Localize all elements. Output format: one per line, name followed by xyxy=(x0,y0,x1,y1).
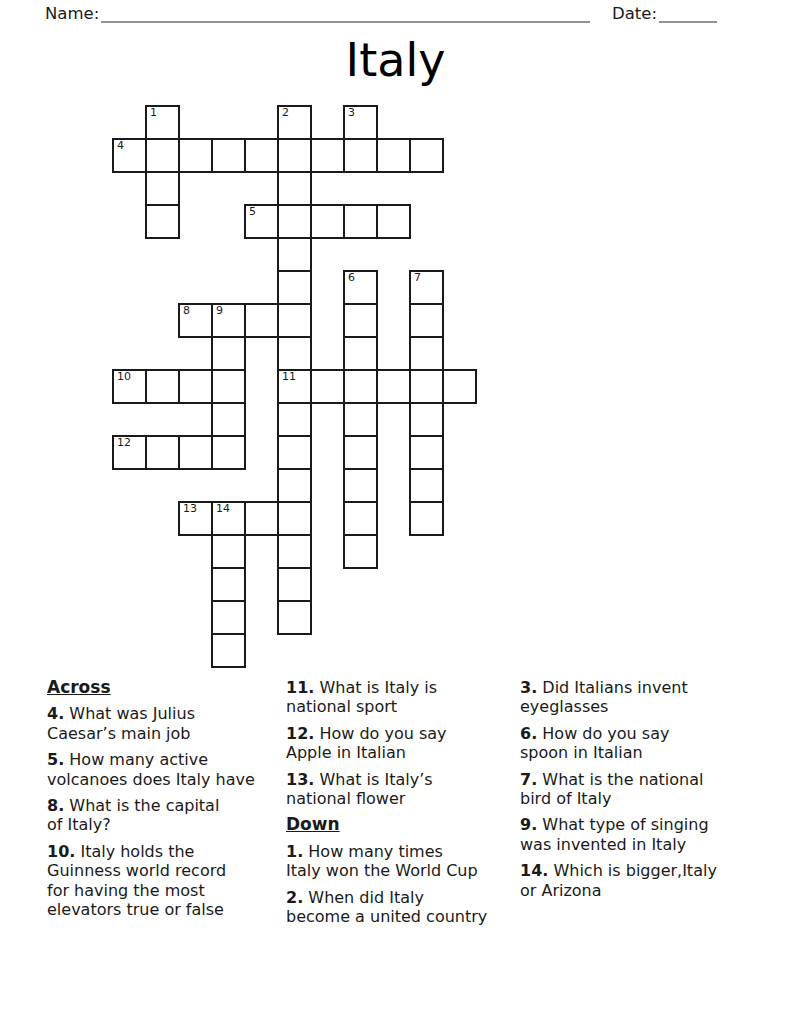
grid-cell-r2c1[interactable] xyxy=(145,171,180,206)
grid-cell-r3c6[interactable] xyxy=(310,204,345,239)
grid-cell-r12c5[interactable] xyxy=(277,501,312,536)
clue-13: 13. What is Italy’snational flower xyxy=(286,770,528,809)
crossword-worksheet-page: Name: Date: Italy 1234567891011121314 Ac… xyxy=(0,0,791,1024)
grid-cell-r5c9[interactable]: 7 xyxy=(409,270,444,305)
grid-cell-r12c2[interactable]: 13 xyxy=(178,501,213,536)
clue-number: 5. xyxy=(47,750,64,769)
grid-cell-r10c2[interactable] xyxy=(178,435,213,470)
cell-number-10: 10 xyxy=(117,371,131,383)
grid-cell-r8c2[interactable] xyxy=(178,369,213,404)
grid-cell-r1c6[interactable] xyxy=(310,138,345,173)
grid-cell-r14c3[interactable] xyxy=(211,567,246,602)
grid-cell-r1c1[interactable] xyxy=(145,138,180,173)
grid-cell-r1c3[interactable] xyxy=(211,138,246,173)
clue-11: 11. What is Italy isnational sport xyxy=(286,678,528,717)
cell-number-13: 13 xyxy=(183,503,197,515)
clue-number: 9. xyxy=(520,815,537,834)
grid-cell-r1c7[interactable] xyxy=(343,138,378,173)
clue-number: 3. xyxy=(520,678,537,697)
grid-cell-r8c3[interactable] xyxy=(211,369,246,404)
grid-cell-r13c5[interactable] xyxy=(277,534,312,569)
cell-number-7: 7 xyxy=(414,272,421,284)
grid-cell-r8c5[interactable]: 11 xyxy=(277,369,312,404)
clue-10: 10. Italy holds theGuinness world record… xyxy=(47,842,289,920)
grid-cell-r3c4[interactable]: 5 xyxy=(244,204,279,239)
clue-5: 5. How many activevolcanoes does Italy h… xyxy=(47,750,289,789)
grid-cell-r6c3[interactable]: 9 xyxy=(211,303,246,338)
grid-cell-r8c8[interactable] xyxy=(376,369,411,404)
grid-cell-r6c7[interactable] xyxy=(343,303,378,338)
grid-cell-r1c0[interactable]: 4 xyxy=(112,138,147,173)
cell-number-1: 1 xyxy=(150,107,157,119)
grid-cell-r8c7[interactable] xyxy=(343,369,378,404)
crossword-grid: 1234567891011121314 xyxy=(113,106,476,667)
grid-cell-r12c9[interactable] xyxy=(409,501,444,536)
clue-number: 13. xyxy=(286,770,314,789)
grid-cell-r1c2[interactable] xyxy=(178,138,213,173)
clue-number: 2. xyxy=(286,888,303,907)
cell-number-9: 9 xyxy=(216,305,223,317)
clue-8: 8. What is the capitalof Italy? xyxy=(47,796,289,835)
name-blank-line[interactable] xyxy=(101,21,590,23)
clues-heading-across: Across xyxy=(47,678,289,697)
grid-cell-r3c8[interactable] xyxy=(376,204,411,239)
clue-14: 14. Which is bigger,Italyor Arizona xyxy=(520,861,762,900)
grid-cell-r16c3[interactable] xyxy=(211,633,246,668)
name-label: Name: xyxy=(45,5,99,23)
grid-cell-r10c7[interactable] xyxy=(343,435,378,470)
cell-number-8: 8 xyxy=(183,305,190,317)
clue-1: 1. How many timesItaly won the World Cup xyxy=(286,842,528,881)
grid-cell-r3c1[interactable] xyxy=(145,204,180,239)
grid-cell-r5c5[interactable] xyxy=(277,270,312,305)
grid-cell-r6c9[interactable] xyxy=(409,303,444,338)
grid-cell-r15c3[interactable] xyxy=(211,600,246,635)
grid-cell-r7c5[interactable] xyxy=(277,336,312,371)
cell-number-11: 11 xyxy=(282,371,296,383)
clue-number: 11. xyxy=(286,678,314,697)
clues-heading-down: Down xyxy=(286,815,528,834)
clue-number: 12. xyxy=(286,724,314,743)
grid-cell-r1c9[interactable] xyxy=(409,138,444,173)
cell-number-6: 6 xyxy=(348,272,355,284)
grid-cell-r12c4[interactable] xyxy=(244,501,279,536)
clues-column-middle: 11. What is Italy isnational sport12. Ho… xyxy=(286,678,528,933)
puzzle-title: Italy xyxy=(0,36,791,84)
grid-cell-r13c7[interactable] xyxy=(343,534,378,569)
grid-cell-r10c0[interactable]: 12 xyxy=(112,435,147,470)
clue-number: 4. xyxy=(47,704,64,723)
clue-4: 4. What was JuliusCaesar’s main job xyxy=(47,704,289,743)
grid-cell-r0c1[interactable]: 1 xyxy=(145,105,180,140)
grid-cell-r10c1[interactable] xyxy=(145,435,180,470)
grid-cell-r1c5[interactable] xyxy=(277,138,312,173)
grid-cell-r10c9[interactable] xyxy=(409,435,444,470)
clue-6: 6. How do you sayspoon in Italian xyxy=(520,724,762,763)
grid-cell-r8c1[interactable] xyxy=(145,369,180,404)
grid-cell-r11c5[interactable] xyxy=(277,468,312,503)
grid-cell-r10c5[interactable] xyxy=(277,435,312,470)
cell-number-5: 5 xyxy=(249,206,256,218)
clue-9: 9. What type of singingwas invented in I… xyxy=(520,815,762,854)
grid-cell-r5c7[interactable]: 6 xyxy=(343,270,378,305)
cell-number-2: 2 xyxy=(282,107,289,119)
clue-number: 7. xyxy=(520,770,537,789)
grid-cell-r3c5[interactable] xyxy=(277,204,312,239)
grid-cell-r9c7[interactable] xyxy=(343,402,378,437)
clue-number: 8. xyxy=(47,796,64,815)
grid-cell-r6c5[interactable] xyxy=(277,303,312,338)
grid-cell-r1c8[interactable] xyxy=(376,138,411,173)
grid-cell-r0c7[interactable]: 3 xyxy=(343,105,378,140)
grid-cell-r8c6[interactable] xyxy=(310,369,345,404)
clues-column-right: 3. Did Italians inventeyeglasses6. How d… xyxy=(520,678,762,907)
grid-cell-r8c9[interactable] xyxy=(409,369,444,404)
date-label: Date: xyxy=(612,5,657,23)
clue-number: 6. xyxy=(520,724,537,743)
grid-cell-r4c5[interactable] xyxy=(277,237,312,272)
grid-cell-r8c0[interactable]: 10 xyxy=(112,369,147,404)
clue-2: 2. When did Italybecome a united country xyxy=(286,888,528,927)
grid-cell-r9c5[interactable] xyxy=(277,402,312,437)
clue-number: 14. xyxy=(520,861,548,880)
grid-cell-r3c7[interactable] xyxy=(343,204,378,239)
grid-cell-r1c4[interactable] xyxy=(244,138,279,173)
grid-cell-r10c3[interactable] xyxy=(211,435,246,470)
clue-number: 10. xyxy=(47,842,75,861)
grid-cell-r11c9[interactable] xyxy=(409,468,444,503)
grid-cell-r2c5[interactable] xyxy=(277,171,312,206)
clue-3: 3. Did Italians inventeyeglasses xyxy=(520,678,762,717)
grid-cell-r12c7[interactable] xyxy=(343,501,378,536)
clues-column-left: Across4. What was JuliusCaesar’s main jo… xyxy=(47,678,289,926)
grid-cell-r6c4[interactable] xyxy=(244,303,279,338)
clue-12: 12. How do you sayApple in Italian xyxy=(286,724,528,763)
grid-cell-r7c3[interactable] xyxy=(211,336,246,371)
cell-number-4: 4 xyxy=(117,140,124,152)
grid-cell-r7c7[interactable] xyxy=(343,336,378,371)
grid-cell-r11c7[interactable] xyxy=(343,468,378,503)
grid-cell-r6c2[interactable]: 8 xyxy=(178,303,213,338)
cell-number-3: 3 xyxy=(348,107,355,119)
cell-number-14: 14 xyxy=(216,503,230,515)
date-blank-line[interactable] xyxy=(659,21,717,23)
clue-7: 7. What is the nationalbird of Italy xyxy=(520,770,762,809)
grid-cell-r12c3[interactable]: 14 xyxy=(211,501,246,536)
grid-cell-r9c9[interactable] xyxy=(409,402,444,437)
cell-number-12: 12 xyxy=(117,437,131,449)
grid-cell-r9c3[interactable] xyxy=(211,402,246,437)
grid-cell-r15c5[interactable] xyxy=(277,600,312,635)
clue-number: 1. xyxy=(286,842,303,861)
grid-cell-r14c5[interactable] xyxy=(277,567,312,602)
grid-cell-r0c5[interactable]: 2 xyxy=(277,105,312,140)
grid-cell-r13c3[interactable] xyxy=(211,534,246,569)
grid-cell-r8c10[interactable] xyxy=(442,369,477,404)
grid-cell-r7c9[interactable] xyxy=(409,336,444,371)
